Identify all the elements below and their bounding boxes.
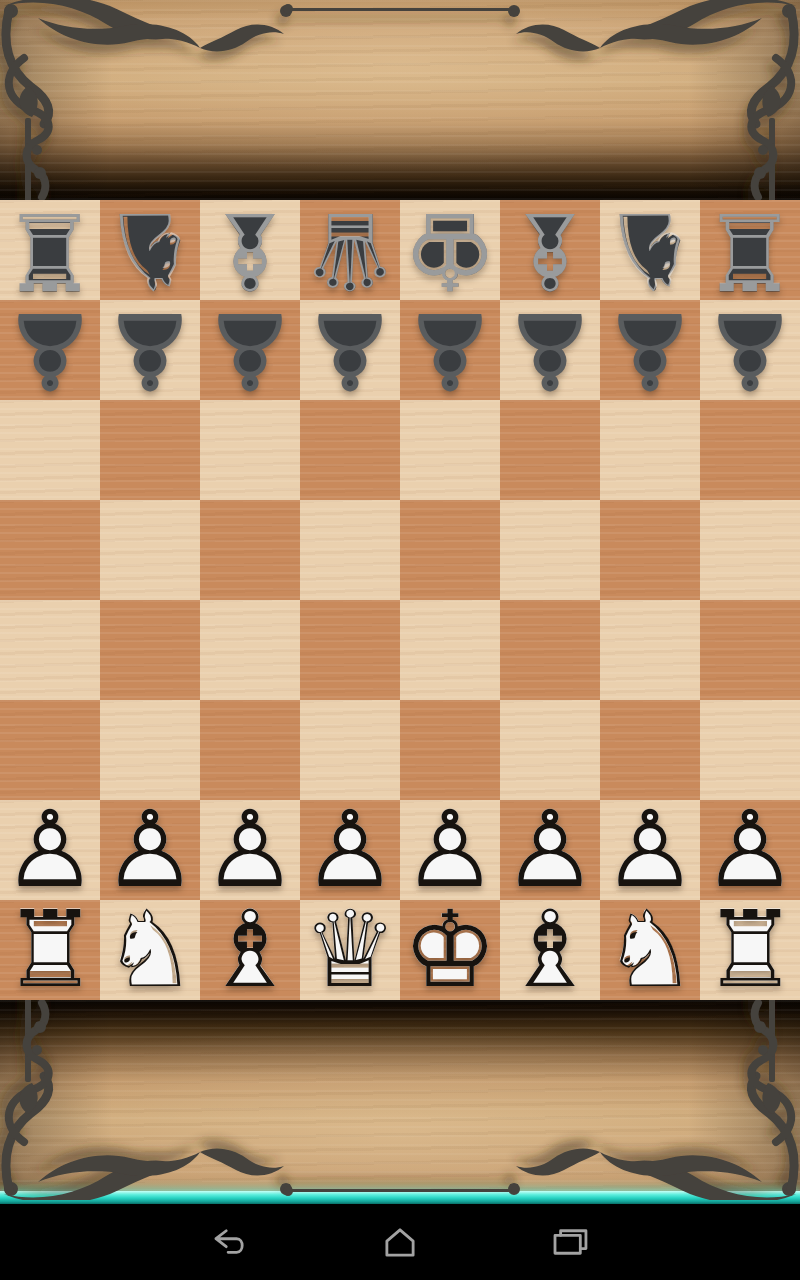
android-nav-bar <box>0 1204 800 1280</box>
square-a5[interactable] <box>0 500 100 600</box>
square-c3[interactable] <box>200 700 300 800</box>
square-f4[interactable] <box>500 600 600 700</box>
piece-glyph-outline: ♙ <box>0 800 100 900</box>
back-button[interactable] <box>207 1225 253 1259</box>
square-g5[interactable] <box>600 500 700 600</box>
square-d6[interactable] <box>300 400 400 500</box>
app-screen: ♜♖♞♘♝♗♛♕♚♔♝♗♞♘♜♖♟♙♟♙♟♙♟♙♟♙♟♙♟♙♟♙♟♙♟♙♟♙♟♙… <box>0 0 800 1280</box>
piece-glyph-outline: ♘ <box>600 900 700 1000</box>
piece-white-knight[interactable]: ♞♘ <box>100 900 200 1000</box>
top-frame-decoration <box>0 0 800 200</box>
art-nouveau-ornament-bottom <box>0 1000 800 1200</box>
piece-glyph-outline: ♗ <box>500 900 600 1000</box>
piece-glyph-outline: ♙ <box>400 300 500 400</box>
square-c8[interactable]: ♝♗ <box>200 200 300 300</box>
square-h8[interactable]: ♜♖ <box>700 200 800 300</box>
piece-glyph-outline: ♖ <box>700 200 800 300</box>
square-f1[interactable]: ♝♗ <box>500 900 600 1000</box>
square-e2[interactable]: ♟♙ <box>400 800 500 900</box>
square-b8[interactable]: ♞♘ <box>100 200 200 300</box>
square-d2[interactable]: ♟♙ <box>300 800 400 900</box>
square-b2[interactable]: ♟♙ <box>100 800 200 900</box>
square-h7[interactable]: ♟♙ <box>700 300 800 400</box>
piece-black-pawn[interactable]: ♟♙ <box>500 300 600 400</box>
piece-glyph-outline: ♙ <box>700 300 800 400</box>
square-c6[interactable] <box>200 400 300 500</box>
piece-black-queen[interactable]: ♛♕ <box>300 200 400 300</box>
piece-white-rook[interactable]: ♜♖ <box>0 900 100 1000</box>
piece-black-bishop[interactable]: ♝♗ <box>200 200 300 300</box>
square-e5[interactable] <box>400 500 500 600</box>
square-c4[interactable] <box>200 600 300 700</box>
piece-glyph-outline: ♙ <box>500 800 600 900</box>
recents-icon <box>547 1227 593 1257</box>
home-button[interactable] <box>377 1225 423 1259</box>
square-e1[interactable]: ♚♔ <box>400 900 500 1000</box>
square-h3[interactable] <box>700 700 800 800</box>
square-g1[interactable]: ♞♘ <box>600 900 700 1000</box>
piece-white-pawn[interactable]: ♟♙ <box>400 800 500 900</box>
square-g7[interactable]: ♟♙ <box>600 300 700 400</box>
piece-glyph-outline: ♖ <box>700 900 800 1000</box>
piece-glyph-outline: ♔ <box>400 900 500 1000</box>
square-b6[interactable] <box>100 400 200 500</box>
piece-black-pawn[interactable]: ♟♙ <box>300 300 400 400</box>
piece-white-pawn[interactable]: ♟♙ <box>500 800 600 900</box>
square-e7[interactable]: ♟♙ <box>400 300 500 400</box>
square-d8[interactable]: ♛♕ <box>300 200 400 300</box>
square-c2[interactable]: ♟♙ <box>200 800 300 900</box>
piece-black-bishop[interactable]: ♝♗ <box>500 200 600 300</box>
square-d7[interactable]: ♟♙ <box>300 300 400 400</box>
square-f7[interactable]: ♟♙ <box>500 300 600 400</box>
piece-glyph-outline: ♔ <box>400 200 500 300</box>
piece-glyph-outline: ♗ <box>200 900 300 1000</box>
square-h5[interactable] <box>700 500 800 600</box>
square-h6[interactable] <box>700 400 800 500</box>
square-g6[interactable] <box>600 400 700 500</box>
square-h1[interactable]: ♜♖ <box>700 900 800 1000</box>
square-f6[interactable] <box>500 400 600 500</box>
piece-glyph-outline: ♙ <box>100 800 200 900</box>
square-a8[interactable]: ♜♖ <box>0 200 100 300</box>
square-g3[interactable] <box>600 700 700 800</box>
piece-white-pawn[interactable]: ♟♙ <box>0 800 100 900</box>
piece-white-pawn[interactable]: ♟♙ <box>100 800 200 900</box>
square-g8[interactable]: ♞♘ <box>600 200 700 300</box>
chess-board: ♜♖♞♘♝♗♛♕♚♔♝♗♞♘♜♖♟♙♟♙♟♙♟♙♟♙♟♙♟♙♟♙♟♙♟♙♟♙♟♙… <box>0 200 800 1000</box>
piece-glyph-outline: ♕ <box>300 200 400 300</box>
piece-white-bishop[interactable]: ♝♗ <box>500 900 600 1000</box>
square-g4[interactable] <box>600 600 700 700</box>
piece-glyph-outline: ♙ <box>600 800 700 900</box>
square-e3[interactable] <box>400 700 500 800</box>
piece-glyph-outline: ♙ <box>600 300 700 400</box>
piece-white-knight[interactable]: ♞♘ <box>600 900 700 1000</box>
square-d1[interactable]: ♛♕ <box>300 900 400 1000</box>
piece-glyph-outline: ♗ <box>500 200 600 300</box>
piece-white-pawn[interactable]: ♟♙ <box>700 800 800 900</box>
square-b4[interactable] <box>100 600 200 700</box>
piece-black-king[interactable]: ♚♔ <box>400 200 500 300</box>
square-e6[interactable] <box>400 400 500 500</box>
square-a1[interactable]: ♜♖ <box>0 900 100 1000</box>
piece-black-knight[interactable]: ♞♘ <box>100 200 200 300</box>
piece-glyph-outline: ♙ <box>100 300 200 400</box>
piece-white-king[interactable]: ♚♔ <box>400 900 500 1000</box>
piece-white-bishop[interactable]: ♝♗ <box>200 900 300 1000</box>
square-e8[interactable]: ♚♔ <box>400 200 500 300</box>
piece-white-pawn[interactable]: ♟♙ <box>600 800 700 900</box>
square-c7[interactable]: ♟♙ <box>200 300 300 400</box>
piece-glyph-outline: ♙ <box>500 300 600 400</box>
piece-black-knight[interactable]: ♞♘ <box>600 200 700 300</box>
piece-black-rook[interactable]: ♜♖ <box>0 200 100 300</box>
square-a7[interactable]: ♟♙ <box>0 300 100 400</box>
square-c1[interactable]: ♝♗ <box>200 900 300 1000</box>
piece-glyph-outline: ♙ <box>0 300 100 400</box>
square-a4[interactable] <box>0 600 100 700</box>
square-b5[interactable] <box>100 500 200 600</box>
piece-white-pawn[interactable]: ♟♙ <box>200 800 300 900</box>
piece-white-queen[interactable]: ♛♕ <box>300 900 400 1000</box>
piece-glyph-outline: ♖ <box>0 900 100 1000</box>
piece-black-rook[interactable]: ♜♖ <box>700 200 800 300</box>
square-d3[interactable] <box>300 700 400 800</box>
piece-glyph-outline: ♙ <box>300 300 400 400</box>
square-a6[interactable] <box>0 400 100 500</box>
square-c5[interactable] <box>200 500 300 600</box>
art-nouveau-ornament-top <box>0 0 800 200</box>
piece-black-pawn[interactable]: ♟♙ <box>200 300 300 400</box>
piece-glyph-outline: ♙ <box>200 300 300 400</box>
square-f5[interactable] <box>500 500 600 600</box>
square-d5[interactable] <box>300 500 400 600</box>
piece-glyph-outline: ♘ <box>100 900 200 1000</box>
piece-black-pawn[interactable]: ♟♙ <box>0 300 100 400</box>
square-h4[interactable] <box>700 600 800 700</box>
square-b7[interactable]: ♟♙ <box>100 300 200 400</box>
piece-glyph-outline: ♕ <box>300 900 400 1000</box>
square-e4[interactable] <box>400 600 500 700</box>
piece-black-pawn[interactable]: ♟♙ <box>700 300 800 400</box>
home-icon <box>377 1227 423 1257</box>
piece-black-pawn[interactable]: ♟♙ <box>600 300 700 400</box>
piece-glyph-outline: ♘ <box>100 200 200 300</box>
square-f2[interactable]: ♟♙ <box>500 800 600 900</box>
square-b3[interactable] <box>100 700 200 800</box>
piece-glyph-outline: ♗ <box>200 200 300 300</box>
square-a3[interactable] <box>0 700 100 800</box>
square-a2[interactable]: ♟♙ <box>0 800 100 900</box>
piece-glyph-outline: ♙ <box>200 800 300 900</box>
square-g2[interactable]: ♟♙ <box>600 800 700 900</box>
piece-white-rook[interactable]: ♜♖ <box>700 900 800 1000</box>
piece-white-pawn[interactable]: ♟♙ <box>300 800 400 900</box>
square-d4[interactable] <box>300 600 400 700</box>
square-h2[interactable]: ♟♙ <box>700 800 800 900</box>
bottom-frame-decoration <box>0 1000 800 1204</box>
recents-button[interactable] <box>547 1225 593 1259</box>
piece-glyph-outline: ♙ <box>300 800 400 900</box>
back-icon <box>207 1227 253 1257</box>
square-b1[interactable]: ♞♘ <box>100 900 200 1000</box>
square-f3[interactable] <box>500 700 600 800</box>
square-f8[interactable]: ♝♗ <box>500 200 600 300</box>
piece-glyph-outline: ♙ <box>700 800 800 900</box>
piece-glyph-outline: ♙ <box>400 800 500 900</box>
piece-glyph-outline: ♖ <box>0 200 100 300</box>
piece-black-pawn[interactable]: ♟♙ <box>400 300 500 400</box>
piece-glyph-outline: ♘ <box>600 200 700 300</box>
piece-black-pawn[interactable]: ♟♙ <box>100 300 200 400</box>
